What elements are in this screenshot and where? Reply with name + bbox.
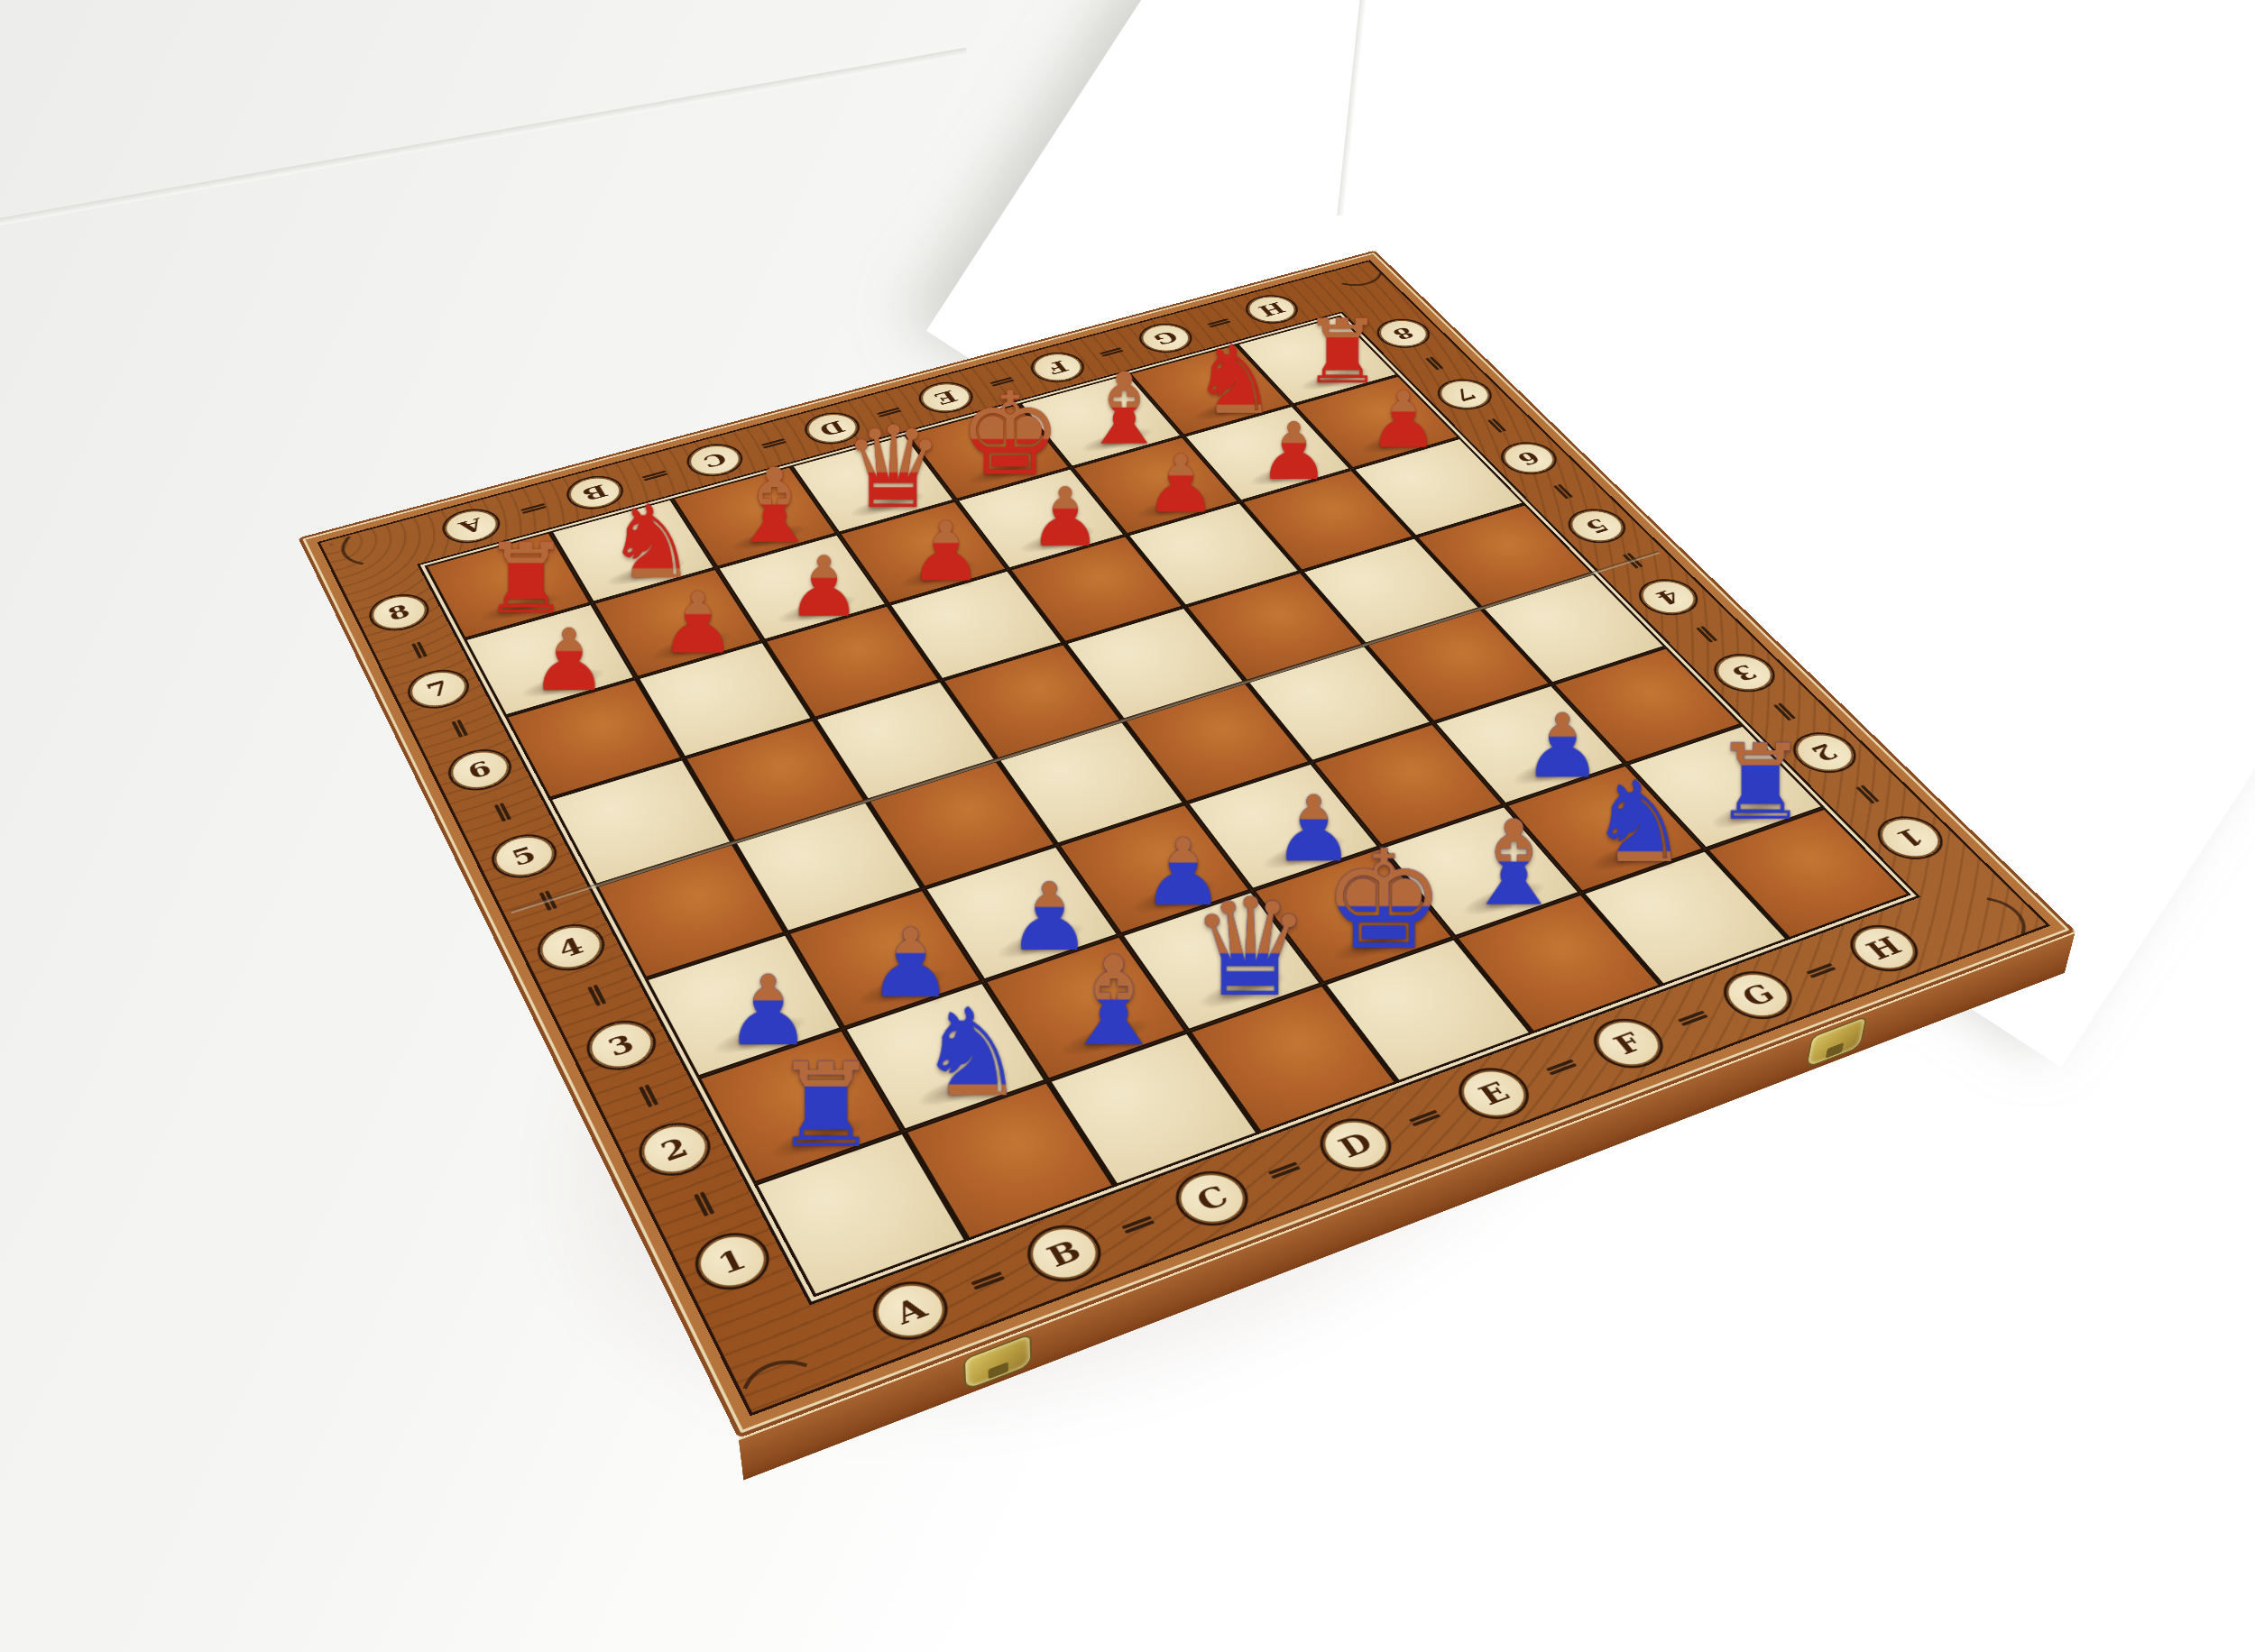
border-tally-mark bbox=[520, 502, 548, 516]
photo-canvas: { "game": "chess", "scene_type": "overhe… bbox=[0, 0, 2255, 1652]
file-label-bottom-e: E bbox=[1450, 1062, 1538, 1124]
square-f1[interactable] bbox=[1454, 893, 1662, 1033]
file-label-bottom-g: G bbox=[1715, 966, 1801, 1024]
blue-rook-a2[interactable]: ♜♜ bbox=[773, 1052, 878, 1160]
file-label-bottom-c: C bbox=[1168, 1165, 1256, 1232]
knight-glyph: ♞ bbox=[917, 997, 1026, 1109]
pawn-glyph: ♟ bbox=[1145, 447, 1217, 521]
brass-latch-1 bbox=[965, 1335, 1030, 1389]
red-pawn-g7[interactable]: ♟♟ bbox=[1258, 416, 1330, 489]
border-tally-mark bbox=[1422, 356, 1444, 371]
red-pawn-a7[interactable]: ♟♟ bbox=[530, 621, 607, 700]
border-tally-mark bbox=[1676, 1009, 1710, 1029]
border-corner-scroll bbox=[329, 537, 381, 565]
pawn-glyph: ♟ bbox=[1258, 416, 1330, 489]
red-pawn-e7[interactable]: ♟♟ bbox=[1028, 481, 1101, 555]
border-tally-mark bbox=[1804, 961, 1837, 980]
border-tally-mark bbox=[408, 641, 429, 660]
border-tally-mark bbox=[634, 1084, 660, 1109]
square-b1[interactable] bbox=[903, 1080, 1116, 1241]
border-tally-mark bbox=[1484, 418, 1507, 434]
border-corner-scroll bbox=[742, 1351, 807, 1400]
border-tally-mark bbox=[970, 1270, 1007, 1293]
border-tally-mark bbox=[1550, 483, 1574, 500]
border-tally-mark bbox=[1692, 625, 1718, 643]
border-tally-mark bbox=[1544, 1058, 1578, 1078]
file-label-bottom-d: D bbox=[1312, 1113, 1400, 1177]
rank-label-left-6: 6 bbox=[444, 746, 516, 795]
playing-grid: ♜♜♞♞♝♝♛♛♚♚♝♝♞♞♜♜♟♟♟♟♟♟♟♟♟♟♟♟♟♟♟♟♟♟♟♟♟♟♟♟… bbox=[420, 313, 1917, 1301]
border-tally-mark bbox=[689, 1190, 716, 1217]
blue-bishop-c2[interactable]: ♝♝ bbox=[1059, 945, 1170, 1059]
rank-label-right-1: 1 bbox=[1868, 812, 1951, 864]
pawn-glyph: ♟ bbox=[909, 514, 983, 590]
border-tally-mark bbox=[490, 802, 512, 822]
knight-glyph: ♞ bbox=[1588, 771, 1689, 874]
file-label-bottom-a: A bbox=[866, 1275, 955, 1346]
border-tally-mark bbox=[641, 469, 669, 482]
blue-rook-h2[interactable]: ♜♜ bbox=[1714, 735, 1808, 831]
rank-label-left-2: 2 bbox=[633, 1117, 716, 1181]
border-corner-scroll bbox=[1982, 897, 2030, 934]
blue-knight-g2[interactable]: ♞♞ bbox=[1588, 771, 1689, 874]
rank-label-right-5: 5 bbox=[1560, 505, 1633, 546]
pawn-glyph: ♟ bbox=[1028, 481, 1101, 555]
queen-glyph: ♛ bbox=[1190, 886, 1311, 1011]
red-pawn-b7[interactable]: ♟♟ bbox=[660, 584, 736, 662]
rank-label-left-8: 8 bbox=[365, 591, 433, 635]
chessboard-stage: ♜♜♞♞♝♝♛♛♚♚♝♝♞♞♜♜♟♟♟♟♟♟♟♟♟♟♟♟♟♟♟♟♟♟♟♟♟♟♟♟… bbox=[462, 60, 1784, 1381]
file-label-top-h: H bbox=[1239, 292, 1303, 326]
bishop-glyph: ♝ bbox=[1460, 810, 1566, 918]
rank-label-right-4: 4 bbox=[1631, 575, 1706, 619]
file-label-bottom-h: H bbox=[1841, 920, 1927, 977]
pawn-glyph: ♟ bbox=[787, 549, 861, 626]
border-tally-mark bbox=[1266, 1160, 1302, 1181]
rook-glyph: ♜ bbox=[1714, 735, 1808, 831]
file-label-top-g: G bbox=[1134, 320, 1199, 355]
rank-label-left-5: 5 bbox=[486, 830, 561, 883]
red-pawn-c7[interactable]: ♟♟ bbox=[787, 549, 861, 626]
pawn-glyph: ♟ bbox=[530, 621, 607, 700]
blue-bishop-f2[interactable]: ♝♝ bbox=[1460, 810, 1566, 918]
border-tally-mark bbox=[1852, 785, 1881, 805]
blue-king-e2[interactable]: ♚♚ bbox=[1322, 838, 1445, 964]
blue-queen-d2[interactable]: ♛♛ bbox=[1190, 886, 1311, 1011]
border-tally-mark bbox=[1120, 1214, 1156, 1236]
red-pawn-f7[interactable]: ♟♟ bbox=[1145, 447, 1217, 521]
pawn-glyph: ♟ bbox=[660, 584, 736, 662]
rank-label-left-4: 4 bbox=[532, 920, 610, 977]
border-corner-scroll bbox=[1341, 268, 1383, 290]
border-tally-mark bbox=[1770, 702, 1798, 722]
rank-label-left-3: 3 bbox=[581, 1015, 661, 1076]
king-glyph: ♚ bbox=[1322, 838, 1445, 964]
red-pawn-h7[interactable]: ♟♟ bbox=[1368, 384, 1439, 456]
blue-knight-b2[interactable]: ♞♞ bbox=[917, 997, 1026, 1109]
rank-label-left-7: 7 bbox=[403, 665, 473, 712]
file-label-bottom-b: B bbox=[1019, 1219, 1109, 1288]
rank-label-left-1: 1 bbox=[688, 1227, 775, 1297]
border-tally-mark bbox=[447, 719, 469, 739]
file-label-bottom-f: F bbox=[1585, 1014, 1672, 1074]
rank-label-right-3: 3 bbox=[1706, 650, 1783, 696]
rank-label-right-7: 7 bbox=[1431, 376, 1498, 413]
bishop-glyph: ♝ bbox=[1059, 945, 1170, 1059]
rank-label-right-6: 6 bbox=[1494, 439, 1563, 479]
red-pawn-d7[interactable]: ♟♟ bbox=[909, 514, 983, 590]
border-tally-mark bbox=[1407, 1108, 1442, 1129]
border-tally-mark bbox=[583, 984, 608, 1007]
rook-glyph: ♜ bbox=[773, 1052, 878, 1160]
pawn-glyph: ♟ bbox=[1368, 384, 1439, 456]
